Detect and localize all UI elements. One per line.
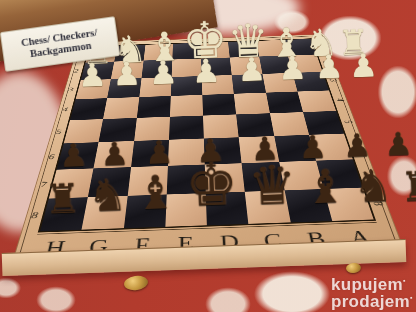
piece-black-bishop-f8: ♝ xyxy=(134,171,177,216)
piece-cell-d2: ♟ xyxy=(229,69,276,94)
piece-black-knight-b8: ♞ xyxy=(353,165,394,208)
piece-black-queen-d8: ♛ xyxy=(247,160,297,212)
piece-white-pawn-h2: ♟ xyxy=(77,60,107,92)
piece-white-pawn-g2: ♟ xyxy=(111,59,141,91)
piece-black-rook-a8: ♜ xyxy=(400,167,416,207)
piece-black-pawn-c7: ♟ xyxy=(298,132,328,163)
piece-cell-h2: ♟ xyxy=(74,75,112,100)
piece-cell-g2: ♟ xyxy=(108,73,147,98)
piece-black-bishop-c8: ♝ xyxy=(304,165,347,210)
piece-cell-d8: ♛ xyxy=(240,174,304,225)
piece-white-pawn-a2: ♟ xyxy=(349,50,379,82)
board-pieces: ♜♞♝♚♛♝♞♜♟♟♟♟♟♟♟♟♟♟♟♟♟♟♟♟♜♞♝♚♛♝♞♜ xyxy=(38,38,376,232)
piece-cell-e8: ♚ xyxy=(181,176,245,228)
piece-white-pawn-b2: ♟ xyxy=(314,52,344,84)
piece-black-pawn-b7: ♟ xyxy=(342,130,372,161)
piece-black-king-e8: ♚ xyxy=(184,156,239,214)
piece-black-pawn-f7: ♟ xyxy=(144,137,174,168)
photo-scene: Chess/ Checkers/ Backgammon ♜♞♝♚♛♝♞♜♟♟♟♟… xyxy=(0,0,416,312)
watermark-mark2: ▪ xyxy=(410,294,413,301)
piece-white-pawn-f2: ♟ xyxy=(148,57,178,89)
piece-black-pawn-h7: ♟ xyxy=(59,140,89,171)
piece-cell-e4 xyxy=(182,106,234,121)
piece-white-pawn-e2: ♟ xyxy=(191,56,221,88)
ranks-right-4: 4 xyxy=(320,96,360,103)
watermark: kupujem▪ prodajem▪ xyxy=(331,275,413,306)
watermark-line2: prodajem▪ xyxy=(331,292,413,307)
chess-board: ♜♞♝♚♛♝♞♜♟♟♟♟♟♟♟♟♟♟♟♟♟♟♟♟♜♞♝♚♛♝♞♜ HGFEDCB… xyxy=(12,34,404,264)
piece-cell-f2: ♟ xyxy=(144,72,183,97)
piece-cell-a4 xyxy=(356,100,396,114)
piece-black-rook-h8: ♜ xyxy=(43,179,81,219)
piece-black-knight-g8: ♞ xyxy=(87,174,128,217)
watermark-line1: kupujem▪ xyxy=(331,275,413,290)
piece-black-pawn-g7: ♟ xyxy=(100,139,130,170)
ranks-right-5: 5 xyxy=(327,118,369,126)
piece-white-pawn-d2: ♟ xyxy=(237,54,267,86)
watermark-mark1: ▪ xyxy=(403,277,406,284)
piece-white-pawn-c2: ♟ xyxy=(277,53,307,85)
piece-cell-e2: ♟ xyxy=(183,71,232,96)
piece-black-pawn-a7: ♟ xyxy=(383,129,413,160)
piece-cell-c8: ♝ xyxy=(293,172,354,223)
